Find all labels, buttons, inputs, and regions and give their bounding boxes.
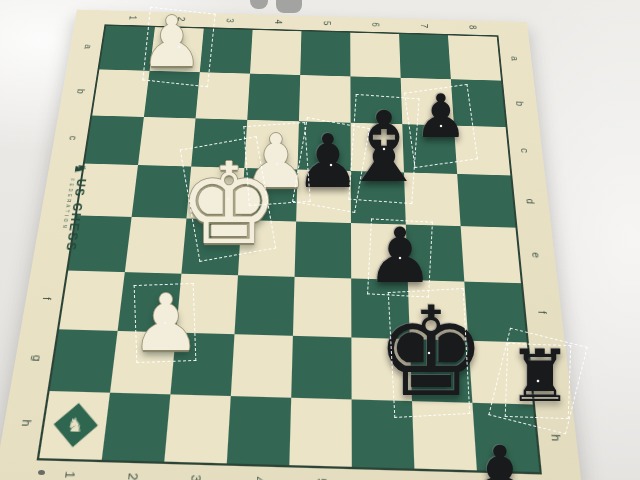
file-label-right-e: e — [529, 248, 542, 261]
square-g1 — [50, 329, 118, 393]
rank-label-bottom-4: 4 — [251, 472, 264, 480]
file-label-left-b: b — [74, 86, 86, 97]
square-b4 — [247, 73, 300, 120]
rank-label-top-7: 7 — [418, 21, 428, 31]
square-f1 — [59, 270, 125, 330]
detection-box-h8-inner — [505, 343, 572, 419]
detection-box-h6 — [388, 288, 470, 418]
background-object — [276, 0, 302, 13]
square-h4 — [227, 396, 291, 465]
square-a8 — [448, 35, 501, 80]
rank-label-bottom-5: 5 — [314, 473, 327, 480]
square-f4 — [235, 275, 295, 335]
rank-label-bottom-2: 2 — [124, 468, 138, 480]
detection-box-g2 — [134, 283, 197, 363]
rank-label-bottom-1: 1 — [61, 466, 76, 480]
square-e2 — [125, 217, 187, 274]
square-g4 — [231, 334, 293, 398]
square-h2 — [102, 393, 171, 462]
rank-label-top-8: 8 — [466, 22, 477, 32]
square-e5 — [295, 222, 352, 279]
square-g5 — [291, 335, 351, 399]
square-a7 — [399, 34, 451, 79]
knight-diamond-logo: ♞ — [53, 403, 97, 447]
square-e8 — [461, 226, 521, 283]
rank-label-top-6: 6 — [370, 19, 380, 29]
knight-icon: ♞ — [72, 163, 88, 175]
file-label-right-c: c — [518, 145, 530, 157]
square-h3 — [164, 395, 231, 464]
square-a4 — [250, 30, 301, 75]
knight-icon: ♞ — [65, 415, 85, 434]
rank-label-top-3: 3 — [224, 15, 234, 25]
detection-box-a2 — [142, 7, 215, 87]
table-surface: ♞ ♞ US CHESS FEDERATION aabbccdeffgghh11… — [0, 0, 640, 480]
rank-label-bottom-6: 6 — [377, 475, 390, 480]
background-object — [250, 0, 268, 9]
table-speck — [38, 470, 45, 475]
file-label-left-h: h — [18, 415, 33, 431]
rank-label-top-1: 1 — [126, 13, 137, 23]
square-h5 — [289, 398, 352, 467]
square-a6 — [350, 33, 400, 78]
square-h1: ♞ — [39, 391, 110, 460]
square-a5 — [300, 31, 350, 76]
file-label-left-g: g — [29, 351, 43, 366]
file-label-left-f: f — [39, 291, 53, 305]
rank-label-top-5: 5 — [321, 18, 331, 28]
file-label-right-f: f — [535, 305, 548, 319]
rank-label-bottom-3: 3 — [187, 470, 201, 480]
file-label-right-b: b — [513, 98, 524, 109]
black-captured-piece-offboard: ♟ — [462, 435, 537, 480]
file-label-right-a: a — [509, 53, 520, 64]
rank-label-top-4: 4 — [272, 17, 282, 27]
detection-box-f6 — [367, 218, 433, 297]
file-label-left-c: c — [66, 132, 78, 144]
square-d8 — [457, 174, 515, 227]
file-label-left-a: a — [82, 41, 94, 51]
file-label-right-d: d — [524, 195, 536, 207]
detection-box-b7 — [404, 84, 478, 168]
square-f5 — [293, 277, 351, 337]
